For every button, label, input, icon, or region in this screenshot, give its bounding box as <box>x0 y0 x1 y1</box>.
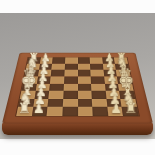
piece-wP-h2[interactable]: ♟ <box>33 102 45 115</box>
chess-board: ♜♟♟♜♞♟♟♞♝♟♟♝♛♟♟♛♚♟♟♚♝♟♟♝♞♟♟♞♜♟♟♜ <box>2 53 153 124</box>
piece-wR-h1[interactable]: ♜ <box>18 101 31 116</box>
square-f5[interactable] <box>78 91 92 99</box>
square-h5[interactable] <box>78 107 93 116</box>
square-h7[interactable]: ♟ <box>107 107 123 116</box>
square-e3[interactable] <box>49 84 63 91</box>
square-h6[interactable] <box>92 107 108 116</box>
board-grid: ♜♟♟♜♞♟♟♞♝♟♟♝♛♟♟♛♚♟♟♚♝♟♟♝♞♟♟♞♜♟♟♜ <box>15 57 140 117</box>
square-g5[interactable] <box>78 99 93 107</box>
square-d5[interactable] <box>78 76 92 83</box>
square-f6[interactable] <box>92 91 107 99</box>
photo-scene: ♜♟♟♜♞♟♟♞♝♟♟♝♛♟♟♛♚♟♟♚♝♟♟♝♞♟♟♞♜♟♟♜ <box>0 0 155 155</box>
square-c6[interactable] <box>90 70 104 77</box>
square-c4[interactable] <box>64 70 77 77</box>
square-f3[interactable] <box>49 91 64 99</box>
square-g4[interactable] <box>63 99 78 107</box>
square-h3[interactable] <box>47 107 63 116</box>
piece-bP-h7[interactable]: ♟ <box>110 102 122 115</box>
piece-bR-h8[interactable]: ♜ <box>124 101 137 116</box>
square-h1[interactable]: ♜ <box>16 107 33 116</box>
square-h4[interactable] <box>62 107 77 116</box>
square-h2[interactable]: ♟ <box>32 107 48 116</box>
square-d3[interactable] <box>50 76 64 83</box>
square-g6[interactable] <box>92 99 107 107</box>
square-c3[interactable] <box>51 70 65 77</box>
square-e6[interactable] <box>91 84 105 91</box>
square-c5[interactable] <box>78 70 91 77</box>
square-h8[interactable]: ♜ <box>122 107 139 116</box>
square-g3[interactable] <box>48 99 63 107</box>
square-e5[interactable] <box>78 84 92 91</box>
board-front-edge <box>2 122 153 135</box>
square-d6[interactable] <box>91 76 105 83</box>
square-f4[interactable] <box>63 91 77 99</box>
square-d4[interactable] <box>64 76 78 83</box>
square-e4[interactable] <box>63 84 77 91</box>
